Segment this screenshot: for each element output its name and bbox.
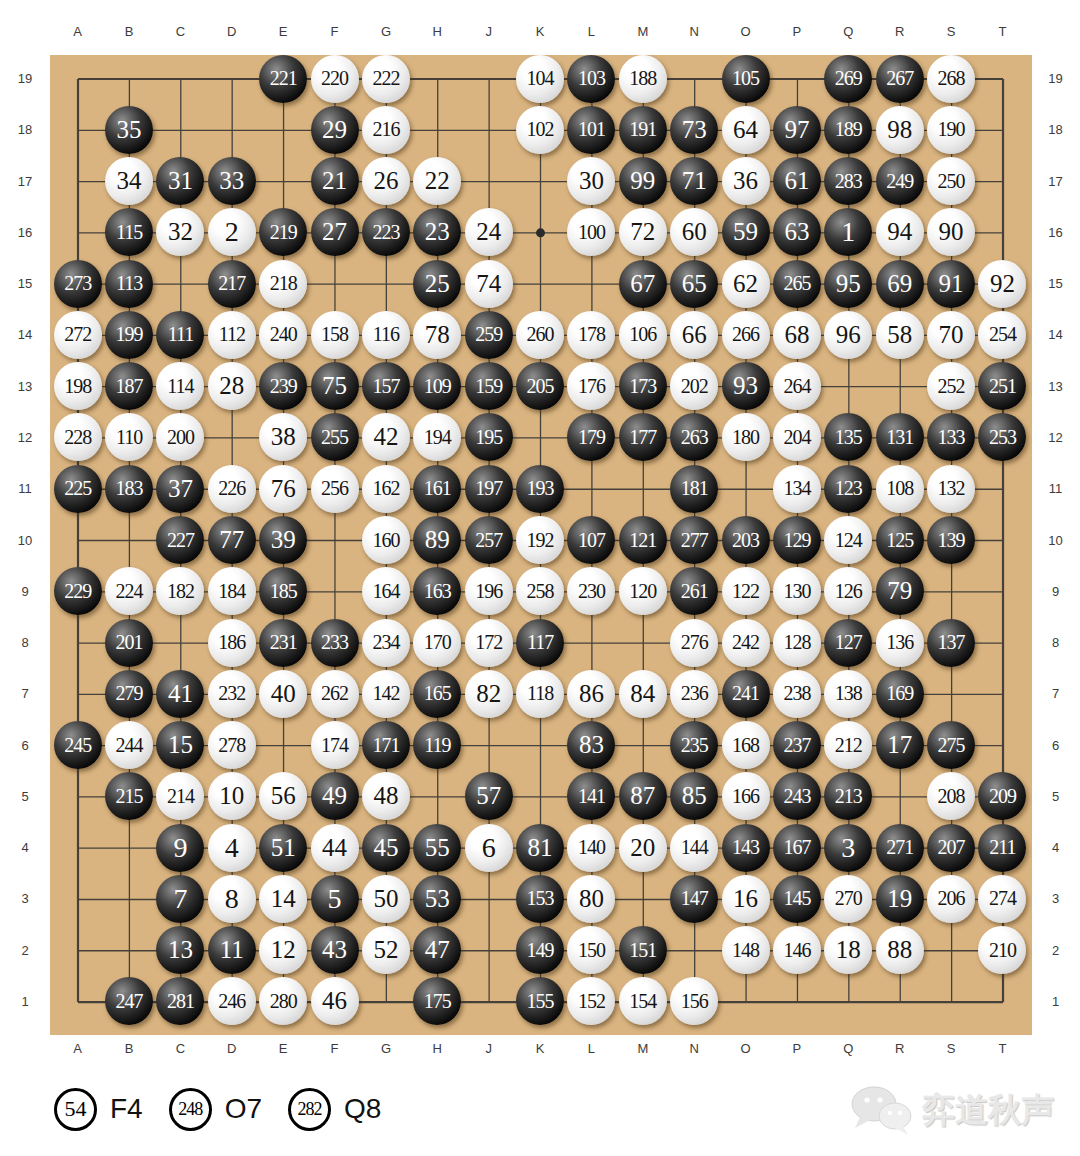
stone-Q9: 126	[824, 567, 872, 615]
stone-N10: 277	[670, 516, 718, 564]
stone-N13: 202	[670, 362, 718, 410]
stone-H15: 25	[413, 260, 461, 308]
stone-B7: 279	[105, 670, 153, 718]
stone-O4: 143	[722, 824, 770, 872]
coord-label: 14	[0, 309, 50, 360]
stone-L1: 152	[567, 977, 615, 1025]
stone-E4: 51	[259, 824, 307, 872]
stone-K7: 118	[516, 670, 564, 718]
stone-N6: 235	[670, 721, 718, 769]
stone-N14: 66	[670, 311, 718, 359]
coord-label: 4	[0, 822, 50, 873]
stone-S16: 90	[927, 208, 975, 256]
caption-point-label: Q8	[344, 1093, 381, 1125]
stone-M2: 151	[619, 926, 667, 974]
stone-A6: 245	[54, 721, 102, 769]
stone-D3: 8	[208, 875, 256, 923]
stone-D2: 11	[208, 926, 256, 974]
stone-K10: 192	[516, 516, 564, 564]
stone-S14: 70	[927, 311, 975, 359]
stone-J16: 24	[465, 208, 513, 256]
stone-R14: 58	[876, 311, 924, 359]
stone-E12: 38	[259, 413, 307, 461]
go-kifu-page: ABCDEFGHJKLMNOPQRST 19181716151413121110…	[0, 0, 1080, 1156]
stone-D10: 77	[208, 516, 256, 564]
stone-P7: 238	[773, 670, 821, 718]
stone-B14: 199	[105, 311, 153, 359]
coord-label: S	[925, 1037, 976, 1059]
stone-D8: 186	[208, 619, 256, 667]
stone-A11: 225	[54, 465, 102, 513]
stone-Q10: 124	[824, 516, 872, 564]
stone-J5: 57	[465, 772, 513, 820]
stone-D11: 226	[208, 465, 256, 513]
stone-D14: 112	[208, 311, 256, 359]
coord-label: 13	[0, 361, 50, 412]
stone-D4: 4	[208, 824, 256, 872]
stone-G19: 222	[362, 55, 410, 103]
stone-Q4: 3	[824, 824, 872, 872]
stone-G8: 234	[362, 619, 410, 667]
stone-K3: 153	[516, 875, 564, 923]
stone-G9: 164	[362, 567, 410, 615]
stone-F7: 262	[311, 670, 359, 718]
stone-H8: 170	[413, 619, 461, 667]
coord-label: 10	[0, 514, 50, 565]
stone-C10: 227	[156, 516, 204, 564]
stone-N8: 276	[670, 619, 718, 667]
coord-label: 11	[0, 463, 50, 514]
stone-Q3: 270	[824, 875, 872, 923]
stone-F16: 27	[311, 208, 359, 256]
coord-label: M	[617, 1037, 668, 1059]
stone-J7: 82	[465, 670, 513, 718]
stone-J10: 257	[465, 516, 513, 564]
stone-P6: 237	[773, 721, 821, 769]
coord-label: 19	[1031, 53, 1080, 104]
stone-G7: 142	[362, 670, 410, 718]
stone-G5: 48	[362, 772, 410, 820]
stone-M7: 84	[619, 670, 667, 718]
stone-O10: 203	[722, 516, 770, 564]
stone-D6: 278	[208, 721, 256, 769]
stone-L16: 100	[567, 208, 615, 256]
stone-M19: 188	[619, 55, 667, 103]
stone-H11: 161	[413, 465, 461, 513]
stone-E19: 221	[259, 55, 307, 103]
stone-F12: 255	[311, 413, 359, 461]
stone-L14: 178	[567, 311, 615, 359]
coord-label: 16	[1031, 207, 1080, 258]
coord-label: D	[206, 18, 257, 44]
stone-E13: 239	[259, 362, 307, 410]
stone-E3: 14	[259, 875, 307, 923]
stone-R10: 125	[876, 516, 924, 564]
stone-R16: 94	[876, 208, 924, 256]
stone-H1: 175	[413, 977, 461, 1025]
coord-label: 7	[1031, 668, 1080, 719]
coord-label: K	[514, 18, 565, 44]
stone-F4: 44	[311, 824, 359, 872]
stone-E9: 185	[259, 567, 307, 615]
stone-Q18: 189	[824, 106, 872, 154]
stone-M17: 99	[619, 157, 667, 205]
stone-D13: 28	[208, 362, 256, 410]
stone-J11: 197	[465, 465, 513, 513]
coord-label: O	[720, 18, 771, 44]
stone-H9: 163	[413, 567, 461, 615]
coords-bottom: ABCDEFGHJKLMNOPQRST	[52, 1037, 1029, 1059]
stone-O14: 266	[722, 311, 770, 359]
stone-C13: 114	[156, 362, 204, 410]
stone-P17: 61	[773, 157, 821, 205]
stone-S19: 268	[927, 55, 975, 103]
stone-O9: 122	[722, 567, 770, 615]
stone-T5: 209	[978, 772, 1026, 820]
stone-P14: 68	[773, 311, 821, 359]
stone-R17: 249	[876, 157, 924, 205]
coord-label: 8	[1031, 617, 1080, 668]
stone-Q14: 96	[824, 311, 872, 359]
stone-Q12: 135	[824, 413, 872, 461]
coord-label: 12	[0, 412, 50, 463]
stone-Q19: 269	[824, 55, 872, 103]
stone-P16: 63	[773, 208, 821, 256]
coord-label: 16	[0, 207, 50, 258]
coord-label: H	[412, 1037, 463, 1059]
stone-H3: 53	[413, 875, 461, 923]
stone-F5: 49	[311, 772, 359, 820]
caption-move-circle: 282	[288, 1088, 331, 1131]
watermark: 弈道秋声	[848, 1084, 1054, 1136]
coord-label: O	[720, 1037, 771, 1059]
stone-F2: 43	[311, 926, 359, 974]
coord-label: J	[463, 1037, 514, 1059]
stone-M15: 67	[619, 260, 667, 308]
stone-Q6: 212	[824, 721, 872, 769]
coord-label: T	[977, 1037, 1028, 1059]
stone-D5: 10	[208, 772, 256, 820]
stone-K9: 258	[516, 567, 564, 615]
stone-O3: 16	[722, 875, 770, 923]
coord-label: 15	[1031, 258, 1080, 309]
stone-P8: 128	[773, 619, 821, 667]
stone-E11: 76	[259, 465, 307, 513]
stone-N4: 144	[670, 824, 718, 872]
stone-M13: 173	[619, 362, 667, 410]
stone-Q5: 213	[824, 772, 872, 820]
stone-C3: 7	[156, 875, 204, 923]
coord-label: T	[977, 18, 1028, 44]
stone-M18: 191	[619, 106, 667, 154]
stone-T12: 253	[978, 413, 1026, 461]
stone-N15: 65	[670, 260, 718, 308]
stone-M9: 120	[619, 567, 667, 615]
stone-K19: 104	[516, 55, 564, 103]
coord-label: 5	[0, 771, 50, 822]
coord-label: H	[412, 18, 463, 44]
stone-H2: 47	[413, 926, 461, 974]
stone-O17: 36	[722, 157, 770, 205]
stone-R9: 79	[876, 567, 924, 615]
coord-label: 14	[1031, 309, 1080, 360]
stone-P2: 146	[773, 926, 821, 974]
stone-R12: 131	[876, 413, 924, 461]
stone-A12: 228	[54, 413, 102, 461]
stone-B1: 247	[105, 977, 153, 1025]
coord-label: 3	[0, 873, 50, 924]
stone-O8: 242	[722, 619, 770, 667]
stone-C5: 214	[156, 772, 204, 820]
stone-S12: 133	[927, 413, 975, 461]
stone-C1: 281	[156, 977, 204, 1025]
stone-N1: 156	[670, 977, 718, 1025]
coord-label: P	[771, 18, 822, 44]
stone-L12: 179	[567, 413, 615, 461]
coords-left: 19181716151413121110987654321	[0, 53, 50, 1027]
stone-D15: 217	[208, 260, 256, 308]
stone-S10: 139	[927, 516, 975, 564]
stone-P11: 134	[773, 465, 821, 513]
coord-label: 2	[1031, 925, 1080, 976]
coord-label: 12	[1031, 412, 1080, 463]
coord-label: 1	[0, 976, 50, 1027]
stone-B15: 113	[105, 260, 153, 308]
coords-right: 19181716151413121110987654321	[1031, 53, 1080, 1027]
stone-F13: 75	[311, 362, 359, 410]
coord-label: N	[669, 1037, 720, 1059]
stone-M14: 106	[619, 311, 667, 359]
stone-O6: 168	[722, 721, 770, 769]
stone-B9: 224	[105, 567, 153, 615]
stone-N12: 263	[670, 413, 718, 461]
stone-R4: 271	[876, 824, 924, 872]
stone-D17: 33	[208, 157, 256, 205]
stone-F18: 29	[311, 106, 359, 154]
stone-P4: 167	[773, 824, 821, 872]
stone-E14: 240	[259, 311, 307, 359]
stone-D7: 232	[208, 670, 256, 718]
stone-C7: 41	[156, 670, 204, 718]
coord-label: D	[206, 1037, 257, 1059]
stone-H13: 109	[413, 362, 461, 410]
go-board: 2212202221041031881052692672683529216102…	[50, 55, 1032, 1035]
coord-label: 13	[1031, 361, 1080, 412]
stone-J15: 74	[465, 260, 513, 308]
stone-B6: 244	[105, 721, 153, 769]
stone-B11: 183	[105, 465, 153, 513]
stone-A14: 272	[54, 311, 102, 359]
stone-L13: 176	[567, 362, 615, 410]
stone-S18: 190	[927, 106, 975, 154]
stone-L18: 101	[567, 106, 615, 154]
stone-P12: 204	[773, 413, 821, 461]
stone-T14: 254	[978, 311, 1026, 359]
stone-S15: 91	[927, 260, 975, 308]
stone-C17: 31	[156, 157, 204, 205]
stone-B17: 34	[105, 157, 153, 205]
stone-G6: 171	[362, 721, 410, 769]
caption-point-label: F4	[110, 1093, 143, 1125]
stone-N3: 147	[670, 875, 718, 923]
stone-C4: 9	[156, 824, 204, 872]
stone-H7: 165	[413, 670, 461, 718]
coord-label: B	[103, 1037, 154, 1059]
stone-H6: 119	[413, 721, 461, 769]
stone-Q8: 127	[824, 619, 872, 667]
stone-C14: 111	[156, 311, 204, 359]
stone-F14: 158	[311, 311, 359, 359]
coord-label: 1	[1031, 976, 1080, 1027]
stone-G16: 223	[362, 208, 410, 256]
stone-C12: 200	[156, 413, 204, 461]
coord-label: K	[514, 1037, 565, 1059]
stone-N18: 73	[670, 106, 718, 154]
stone-G10: 160	[362, 516, 410, 564]
stone-N9: 261	[670, 567, 718, 615]
stone-H14: 78	[413, 311, 461, 359]
stone-K4: 81	[516, 824, 564, 872]
stone-L6: 83	[567, 721, 615, 769]
stone-G2: 52	[362, 926, 410, 974]
coord-label: G	[360, 18, 411, 44]
coord-label: J	[463, 18, 514, 44]
caption-point-label: O7	[225, 1093, 262, 1125]
stone-P10: 129	[773, 516, 821, 564]
stone-Q2: 18	[824, 926, 872, 974]
coord-label: 6	[1031, 719, 1080, 770]
stone-P13: 264	[773, 362, 821, 410]
coord-label: 9	[0, 566, 50, 617]
stone-E2: 12	[259, 926, 307, 974]
coords-top: ABCDEFGHJKLMNOPQRST	[52, 18, 1029, 44]
stone-F1: 46	[311, 977, 359, 1025]
stone-F19: 220	[311, 55, 359, 103]
stone-R2: 88	[876, 926, 924, 974]
stone-C9: 182	[156, 567, 204, 615]
stone-C6: 15	[156, 721, 204, 769]
stone-T13: 251	[978, 362, 1026, 410]
coord-label: E	[258, 1037, 309, 1059]
stone-E5: 56	[259, 772, 307, 820]
stone-R6: 17	[876, 721, 924, 769]
stone-E7: 40	[259, 670, 307, 718]
stone-D1: 246	[208, 977, 256, 1025]
wechat-icon	[848, 1084, 914, 1136]
stone-F17: 21	[311, 157, 359, 205]
stone-Q15: 95	[824, 260, 872, 308]
stone-O16: 59	[722, 208, 770, 256]
stone-T15: 92	[978, 260, 1026, 308]
stone-P18: 97	[773, 106, 821, 154]
stone-E1: 280	[259, 977, 307, 1025]
stone-O18: 64	[722, 106, 770, 154]
stone-G3: 50	[362, 875, 410, 923]
stone-R8: 136	[876, 619, 924, 667]
stone-R15: 69	[876, 260, 924, 308]
stone-E16: 219	[259, 208, 307, 256]
stone-K11: 193	[516, 465, 564, 513]
stone-L10: 107	[567, 516, 615, 564]
stone-B13: 187	[105, 362, 153, 410]
stone-F3: 5	[311, 875, 359, 923]
caption-move-circle: 54	[54, 1088, 97, 1131]
stone-L4: 140	[567, 824, 615, 872]
stone-A15: 273	[54, 260, 102, 308]
stone-J12: 195	[465, 413, 513, 461]
stone-O7: 241	[722, 670, 770, 718]
stone-M1: 154	[619, 977, 667, 1025]
coord-label: S	[925, 18, 976, 44]
coord-label: C	[155, 1037, 206, 1059]
stone-G18: 216	[362, 106, 410, 154]
stone-M10: 121	[619, 516, 667, 564]
coord-label: A	[52, 1037, 103, 1059]
caption: 54 F4 248 O7 282 Q8	[54, 1078, 407, 1140]
stone-T4: 211	[978, 824, 1026, 872]
stone-N11: 181	[670, 465, 718, 513]
stone-R3: 19	[876, 875, 924, 923]
stone-S8: 137	[927, 619, 975, 667]
stone-C11: 37	[156, 465, 204, 513]
coord-label: 6	[0, 719, 50, 770]
watermark-text: 弈道秋声	[922, 1088, 1054, 1133]
caption-move-circle: 248	[169, 1088, 212, 1131]
stone-M16: 72	[619, 208, 667, 256]
stone-S13: 252	[927, 362, 975, 410]
stone-L17: 30	[567, 157, 615, 205]
coord-label: R	[874, 1037, 925, 1059]
stone-K18: 102	[516, 106, 564, 154]
stone-F6: 174	[311, 721, 359, 769]
coord-label: R	[874, 18, 925, 44]
coord-label: 19	[0, 53, 50, 104]
stone-J14: 259	[465, 311, 513, 359]
stone-H10: 89	[413, 516, 461, 564]
stone-P5: 243	[773, 772, 821, 820]
stone-L3: 80	[567, 875, 615, 923]
stone-B12: 110	[105, 413, 153, 461]
stone-B8: 201	[105, 619, 153, 667]
stone-R7: 169	[876, 670, 924, 718]
stone-B16: 115	[105, 208, 153, 256]
coord-label: 17	[0, 156, 50, 207]
coord-label: P	[771, 1037, 822, 1059]
stone-H12: 194	[413, 413, 461, 461]
stone-G11: 162	[362, 465, 410, 513]
stone-L2: 150	[567, 926, 615, 974]
stone-Q16: 1	[824, 208, 872, 256]
stone-G12: 42	[362, 413, 410, 461]
stone-L9: 230	[567, 567, 615, 615]
coord-label: L	[566, 1037, 617, 1059]
stone-F11: 256	[311, 465, 359, 513]
coord-label: B	[103, 18, 154, 44]
stone-N16: 60	[670, 208, 718, 256]
stone-S3: 206	[927, 875, 975, 923]
coord-label: 8	[0, 617, 50, 668]
stone-A9: 229	[54, 567, 102, 615]
stone-O2: 148	[722, 926, 770, 974]
stone-E8: 231	[259, 619, 307, 667]
stone-H4: 55	[413, 824, 461, 872]
stone-C2: 13	[156, 926, 204, 974]
coord-label: 3	[1031, 873, 1080, 924]
stone-O12: 180	[722, 413, 770, 461]
stone-H17: 22	[413, 157, 461, 205]
stone-N5: 85	[670, 772, 718, 820]
stone-C16: 32	[156, 208, 204, 256]
